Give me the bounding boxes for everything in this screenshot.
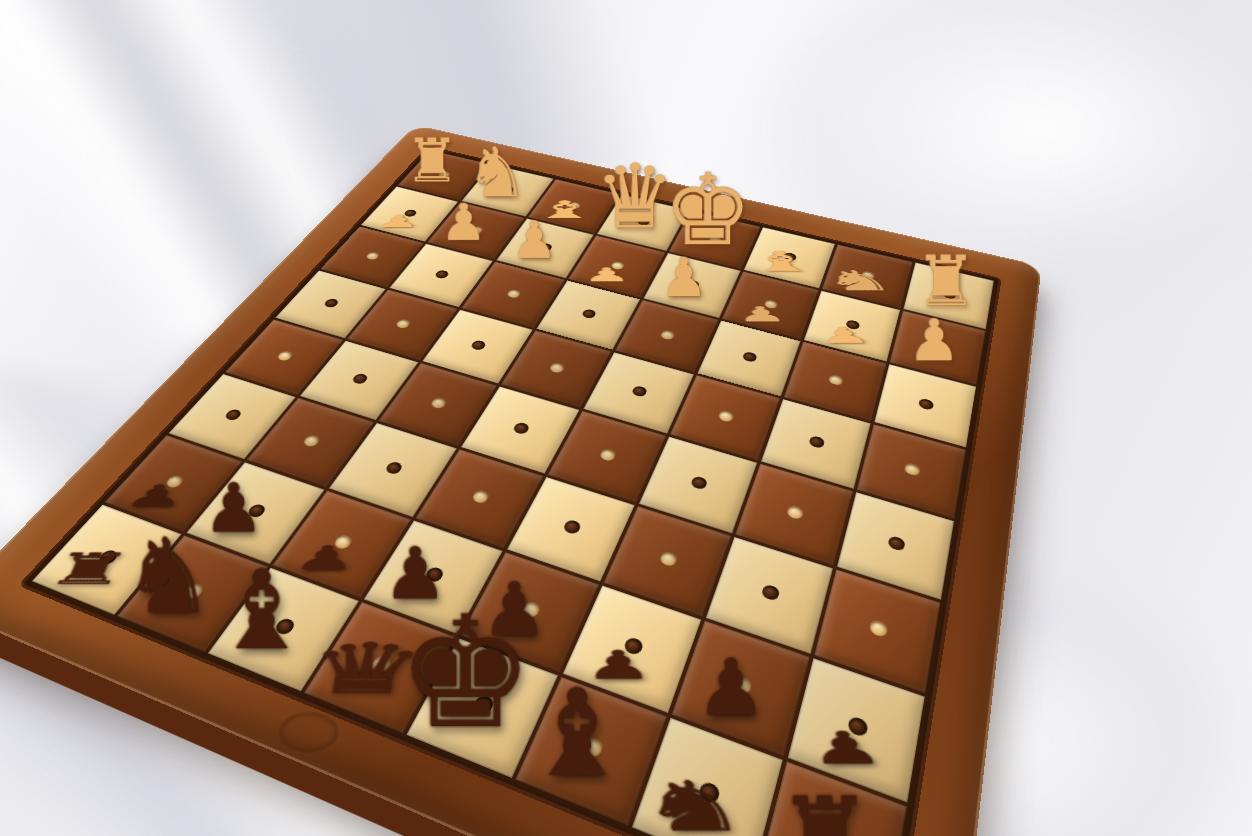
peg-hole: [690, 475, 709, 490]
dark-pawn[interactable]: ♟: [806, 728, 886, 769]
dark-rook[interactable]: ♜: [774, 788, 874, 836]
peg-hole: [659, 329, 675, 341]
light-pawn[interactable]: ♟: [660, 253, 708, 303]
light-pawn[interactable]: ♟: [909, 314, 961, 367]
peg-hole: [506, 288, 522, 299]
peg-hole: [869, 619, 889, 639]
peg-hole: [429, 396, 448, 409]
dark-bishop[interactable]: ♝: [212, 561, 310, 662]
light-rook[interactable]: ♜: [915, 250, 977, 313]
light-king[interactable]: ♚: [664, 165, 752, 256]
square-r6c7[interactable]: [706, 537, 833, 654]
peg-hole: [918, 398, 934, 411]
photo-stage: ♜♞♝♛♚♝♞♜♟♟♟♟♟♟♟♟♟♟♟♟♟♟♟♟♜♞♝♛♚♝♞♜: [0, 0, 1252, 836]
peg-hole: [581, 308, 597, 319]
peg-hole: [828, 374, 844, 387]
chess-board: ♜♞♝♛♚♝♞♜♟♟♟♟♟♟♟♟♟♟♟♟♟♟♟♟♜♞♝♛♚♝♞♜: [0, 125, 1042, 836]
peg-hole: [562, 519, 582, 536]
peg-hole: [887, 535, 906, 552]
peg-hole: [223, 408, 243, 422]
dark-pawn[interactable]: ♟: [121, 482, 190, 509]
peg-hole: [786, 504, 805, 520]
light-pawn[interactable]: ♟: [375, 214, 422, 230]
peg-hole: [761, 583, 781, 602]
dark-pawn[interactable]: ♟: [696, 652, 766, 724]
light-pawn[interactable]: ♟: [441, 199, 486, 245]
dark-knight[interactable]: ♞: [639, 775, 751, 836]
peg-hole: [904, 462, 921, 477]
peg-hole: [471, 489, 491, 505]
peg-hole: [301, 434, 321, 448]
light-rook[interactable]: ♜: [405, 133, 459, 188]
peg-hole: [717, 409, 735, 423]
brand-stamp-mark: [272, 708, 344, 756]
peg-hole: [599, 448, 618, 463]
square-r5c3[interactable]: [378, 363, 497, 446]
light-pawn[interactable]: ♟: [511, 216, 557, 263]
peg-hole: [434, 269, 450, 279]
peg-hole: [512, 421, 531, 435]
light-bishop[interactable]: ♝: [745, 249, 818, 274]
peg-hole: [365, 251, 381, 261]
light-pawn[interactable]: ♟: [817, 325, 873, 345]
peg-hole: [394, 318, 412, 329]
dark-king[interactable]: ♚: [397, 603, 535, 744]
peg-hole: [658, 550, 678, 568]
peg-hole: [631, 385, 649, 398]
light-queen[interactable]: ♛: [595, 157, 674, 238]
light-pawn[interactable]: ♟: [584, 266, 631, 284]
peg-hole: [742, 351, 758, 363]
peg-hole: [470, 339, 488, 351]
dark-bishop[interactable]: ♝: [523, 679, 631, 790]
peg-hole: [808, 435, 825, 449]
peg-hole: [323, 298, 341, 309]
dark-knight[interactable]: ♞: [122, 529, 215, 625]
board-frame: ♜♞♝♛♚♝♞♜♟♟♟♟♟♟♟♟♟♟♟♟♟♟♟♟♜♞♝♛♚♝♞♜: [0, 125, 1042, 836]
peg-hole: [384, 461, 404, 476]
peg-hole: [548, 362, 566, 374]
scene: ♜♞♝♛♚♝♞♜♟♟♟♟♟♟♟♟♟♟♟♟♟♟♟♟♜♞♝♛♚♝♞♜: [0, 0, 1252, 836]
peg-hole: [351, 373, 370, 386]
peg-hole: [276, 350, 295, 362]
light-pawn[interactable]: ♟: [736, 305, 789, 324]
light-knight[interactable]: ♞: [822, 268, 897, 294]
